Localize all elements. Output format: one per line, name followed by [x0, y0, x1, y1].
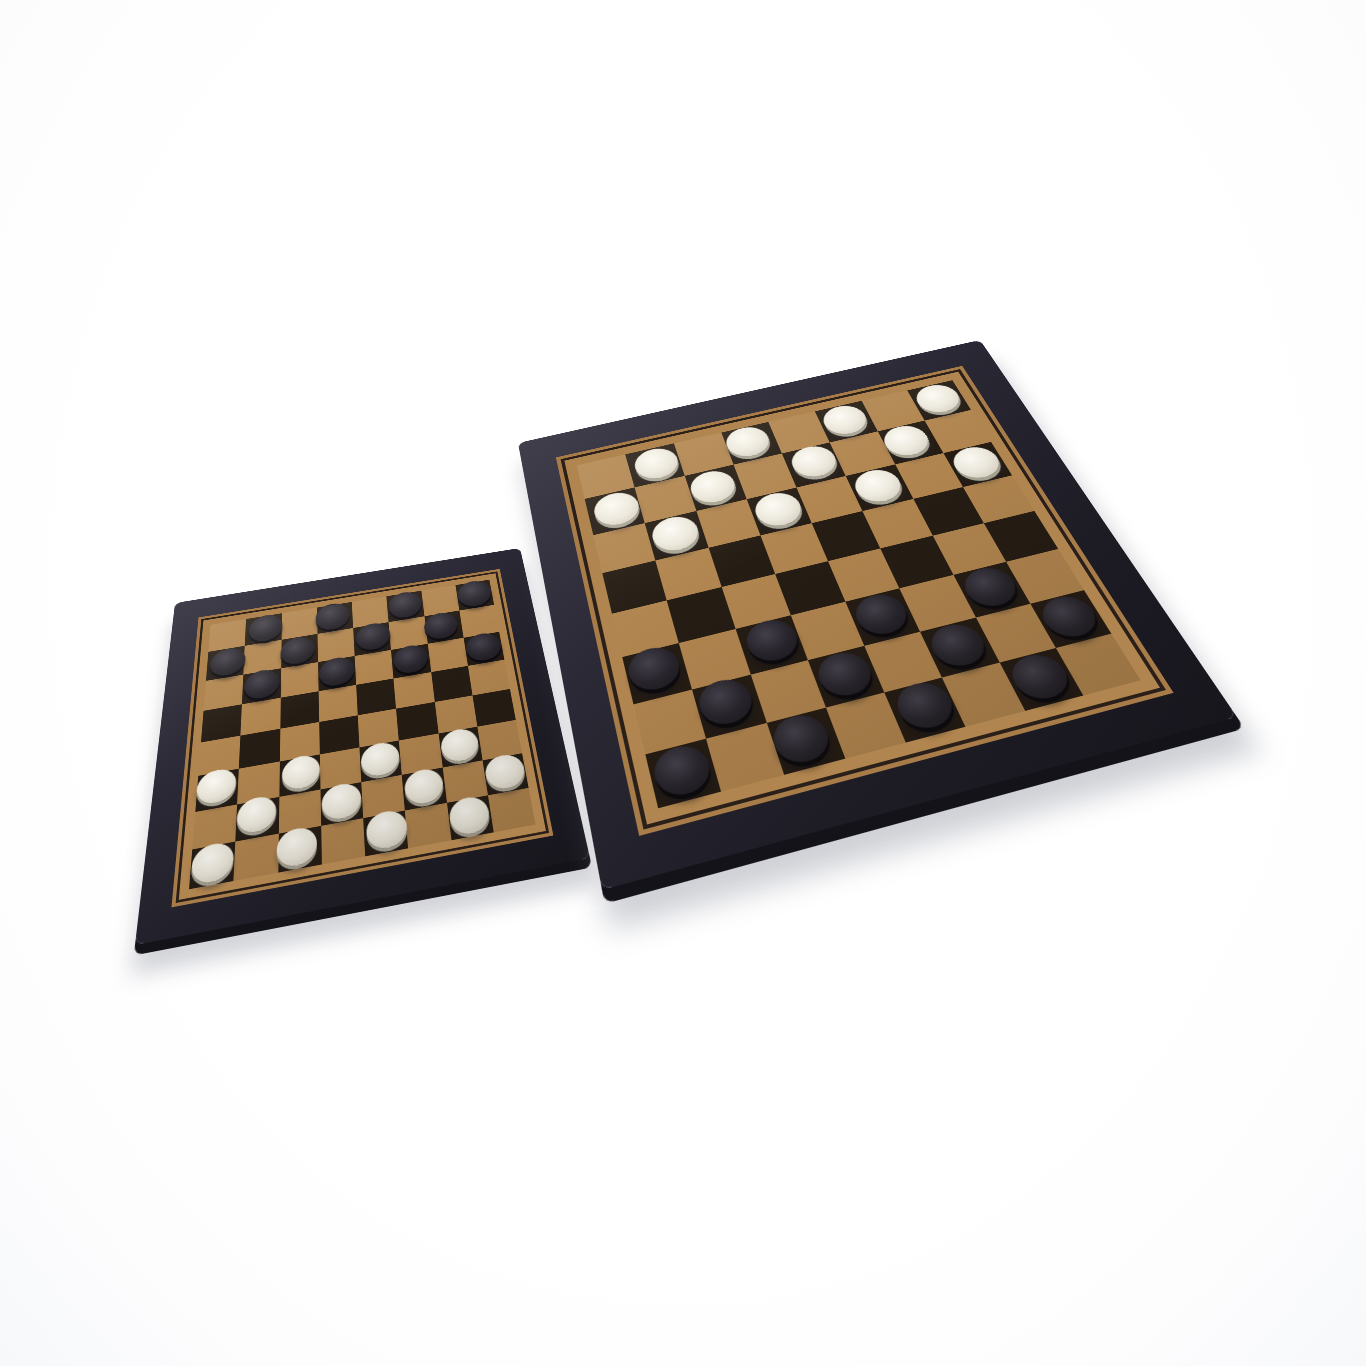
- left-board-playing-surface: [176, 571, 549, 903]
- square-r8c1: [189, 841, 236, 889]
- white-checker-piece: [439, 726, 480, 764]
- black-checker-piece: [209, 646, 245, 678]
- white-checker-piece: [686, 468, 739, 508]
- black-checker-piece: [464, 631, 502, 663]
- white-checker-piece: [722, 424, 774, 461]
- black-checker-piece: [423, 610, 460, 641]
- black-checker-piece: [650, 740, 715, 800]
- square-r8c6: [405, 803, 451, 849]
- left-checkers-board: [135, 548, 590, 945]
- black-checker-piece: [319, 655, 355, 688]
- right-board-grid: [577, 380, 1141, 808]
- black-checker-piece: [316, 602, 350, 632]
- white-checker-piece: [448, 794, 492, 836]
- left-board-grid: [189, 580, 536, 890]
- square-r8c2: [234, 833, 279, 880]
- right-board-playing-surface: [561, 369, 1166, 829]
- white-checker-piece: [591, 489, 643, 530]
- white-checker-piece: [276, 825, 317, 869]
- square-r8c3: [278, 826, 322, 873]
- black-checker-piece: [388, 590, 423, 620]
- white-checker-piece: [632, 445, 683, 483]
- black-checker-piece: [280, 635, 315, 667]
- black-checker-piece: [248, 613, 282, 644]
- square-r8c7: [447, 795, 494, 840]
- square-r8c4: [321, 818, 365, 865]
- white-checker-piece: [191, 841, 235, 886]
- black-checker-piece: [392, 643, 429, 676]
- black-checker-piece: [243, 667, 279, 701]
- square-r8c8: [488, 788, 536, 833]
- white-checker-piece: [321, 781, 361, 822]
- square-r8c5: [363, 810, 408, 856]
- white-checker-piece: [403, 767, 445, 807]
- white-checker-piece: [947, 443, 1006, 482]
- white-checker-piece: [361, 740, 401, 779]
- black-checker-piece: [456, 579, 492, 608]
- product-photo-canvas: [0, 0, 1366, 1366]
- right-checkers-board: [518, 340, 1237, 890]
- white-checker-piece: [483, 752, 526, 792]
- white-checker-piece: [911, 381, 966, 416]
